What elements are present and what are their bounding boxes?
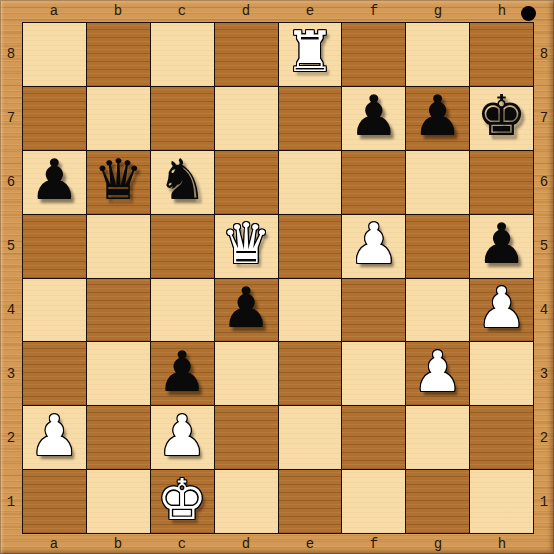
square-h1[interactable] [470,470,533,533]
file-label-f: f [342,0,406,22]
rank-label-7: 7 [534,86,554,150]
square-e4[interactable] [279,279,342,342]
rank-labels-left: 87654321 [0,22,22,534]
piece-black-pawn[interactable]: ♟ [157,344,207,400]
square-b7[interactable] [87,87,150,150]
piece-black-knight[interactable]: ♞ [157,152,207,208]
file-label-c: c [150,534,214,554]
square-a6[interactable]: ♟ [23,151,86,214]
piece-white-pawn[interactable]: ♟ [413,344,463,400]
rank-label-6: 6 [534,150,554,214]
file-labels-top: abcdefgh [22,0,534,22]
square-b5[interactable] [87,215,150,278]
square-a5[interactable] [23,215,86,278]
square-d5[interactable]: ♛ [215,215,278,278]
square-c6[interactable]: ♞ [151,151,214,214]
file-labels-bottom: abcdefgh [22,534,534,554]
file-label-b: b [86,534,150,554]
black-to-move-indicator [521,6,536,21]
square-c7[interactable] [151,87,214,150]
piece-black-queen[interactable]: ♛ [93,152,143,208]
square-c3[interactable]: ♟ [151,342,214,405]
rank-label-8: 8 [0,22,22,86]
square-a7[interactable] [23,87,86,150]
piece-white-pawn[interactable]: ♟ [157,408,207,464]
square-d6[interactable] [215,151,278,214]
square-e3[interactable] [279,342,342,405]
square-g6[interactable] [406,151,469,214]
file-label-f: f [342,534,406,554]
square-a8[interactable] [23,23,86,86]
rank-label-7: 7 [0,86,22,150]
square-h3[interactable] [470,342,533,405]
square-e1[interactable] [279,470,342,533]
piece-black-king[interactable]: ♚ [476,88,526,144]
file-label-c: c [150,0,214,22]
square-c2[interactable]: ♟ [151,406,214,469]
rank-label-3: 3 [534,342,554,406]
square-h5[interactable]: ♟ [470,215,533,278]
square-b2[interactable] [87,406,150,469]
chess-board-frame: abcdefgh abcdefgh 87654321 87654321 ♜♟♟♚… [0,0,554,554]
square-d2[interactable] [215,406,278,469]
piece-black-pawn[interactable]: ♟ [349,88,399,144]
piece-black-pawn[interactable]: ♟ [221,280,271,336]
square-f7[interactable]: ♟ [342,87,405,150]
square-g1[interactable] [406,470,469,533]
file-label-g: g [406,0,470,22]
rank-label-2: 2 [0,406,22,470]
square-f8[interactable] [342,23,405,86]
rank-label-1: 1 [534,470,554,534]
file-label-d: d [214,0,278,22]
square-b4[interactable] [87,279,150,342]
rank-label-8: 8 [534,22,554,86]
square-d4[interactable]: ♟ [215,279,278,342]
file-label-a: a [22,534,86,554]
rank-label-5: 5 [0,214,22,278]
square-a4[interactable] [23,279,86,342]
rank-labels-right: 87654321 [534,22,554,534]
rank-label-2: 2 [534,406,554,470]
square-b6[interactable]: ♛ [87,151,150,214]
piece-white-rook[interactable]: ♜ [285,24,335,80]
square-e2[interactable] [279,406,342,469]
file-label-b: b [86,0,150,22]
square-g2[interactable] [406,406,469,469]
rank-label-3: 3 [0,342,22,406]
piece-white-pawn[interactable]: ♟ [349,216,399,272]
rank-label-1: 1 [0,470,22,534]
rank-label-6: 6 [0,150,22,214]
piece-black-pawn[interactable]: ♟ [29,152,79,208]
square-a1[interactable] [23,470,86,533]
square-b8[interactable] [87,23,150,86]
square-c1[interactable]: ♚ [151,470,214,533]
square-f5[interactable]: ♟ [342,215,405,278]
piece-black-pawn[interactable]: ♟ [476,216,526,272]
square-e8[interactable]: ♜ [279,23,342,86]
square-e7[interactable] [279,87,342,150]
rank-label-4: 4 [0,278,22,342]
piece-white-pawn[interactable]: ♟ [29,408,79,464]
square-h8[interactable] [470,23,533,86]
square-b1[interactable] [87,470,150,533]
square-h7[interactable]: ♚ [470,87,533,150]
square-h6[interactable] [470,151,533,214]
square-e6[interactable] [279,151,342,214]
square-b3[interactable] [87,342,150,405]
piece-white-pawn[interactable]: ♟ [476,280,526,336]
square-d1[interactable] [215,470,278,533]
square-g8[interactable] [406,23,469,86]
square-f3[interactable] [342,342,405,405]
rank-label-5: 5 [534,214,554,278]
square-f6[interactable] [342,151,405,214]
chess-board: ♜♟♟♚♟♛♞♛♟♟♟♟♟♟♟♟♚ [22,22,534,534]
square-e5[interactable] [279,215,342,278]
square-f2[interactable] [342,406,405,469]
square-d8[interactable] [215,23,278,86]
file-label-h: h [470,534,534,554]
square-h4[interactable]: ♟ [470,279,533,342]
square-d3[interactable] [215,342,278,405]
square-g7[interactable]: ♟ [406,87,469,150]
square-a3[interactable] [23,342,86,405]
square-f4[interactable] [342,279,405,342]
square-g3[interactable]: ♟ [406,342,469,405]
rank-label-4: 4 [534,278,554,342]
square-c4[interactable] [151,279,214,342]
piece-white-queen[interactable]: ♛ [221,216,271,272]
square-g4[interactable] [406,279,469,342]
square-f1[interactable] [342,470,405,533]
square-g5[interactable] [406,215,469,278]
square-d7[interactable] [215,87,278,150]
piece-white-king[interactable]: ♚ [157,472,207,528]
square-a2[interactable]: ♟ [23,406,86,469]
square-c5[interactable] [151,215,214,278]
piece-black-pawn[interactable]: ♟ [413,88,463,144]
file-label-d: d [214,534,278,554]
file-label-a: a [22,0,86,22]
square-c8[interactable] [151,23,214,86]
square-h2[interactable] [470,406,533,469]
file-label-g: g [406,534,470,554]
file-label-e: e [278,534,342,554]
